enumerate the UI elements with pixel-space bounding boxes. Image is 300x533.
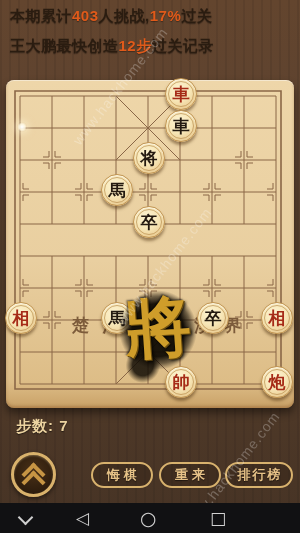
header-text-segment: 17% bbox=[150, 7, 182, 24]
android-nav-bar: ◁ ○ □ bbox=[0, 503, 300, 533]
step-counter: 步数: 7 bbox=[16, 417, 69, 436]
piece-red-cannon[interactable]: 炮 bbox=[261, 366, 293, 398]
piece-red-elephant[interactable]: 相 bbox=[5, 302, 37, 334]
header-text-segment: 过关 bbox=[181, 7, 212, 24]
piece-black-soldier[interactable]: 卒 bbox=[197, 302, 229, 334]
step-counter-value: 7 bbox=[59, 417, 68, 434]
sparkle-effect bbox=[17, 122, 27, 132]
record-holder-line: 王大鹏最快创造12步过关记录 bbox=[10, 37, 214, 56]
piece-black-horse[interactable]: 馬 bbox=[101, 174, 133, 206]
piece-black-horse[interactable]: 馬 bbox=[101, 302, 133, 334]
header-text-segment: 王大鹏最快创造 bbox=[10, 37, 119, 54]
piece-black-soldier[interactable]: 卒 bbox=[133, 206, 165, 238]
leaderboard-button[interactable]: 排行榜 bbox=[225, 462, 293, 488]
header-text-segment: 403 bbox=[72, 7, 99, 24]
recents-icon[interactable]: □ bbox=[210, 503, 226, 533]
app-screen: 本期累计403人挑战,17%过关 王大鹏最快创造12步过关记录 楚河 漢界 車車… bbox=[0, 0, 300, 533]
challenge-stats-line: 本期累计403人挑战,17%过关 bbox=[10, 7, 212, 26]
undo-move-button[interactable]: 悔棋 bbox=[91, 462, 153, 488]
header-text-segment: 人挑战, bbox=[99, 7, 150, 24]
piece-red-chariot[interactable]: 車 bbox=[165, 78, 197, 110]
home-icon[interactable]: ○ bbox=[140, 503, 157, 533]
header-text-segment: 12步 bbox=[119, 37, 152, 54]
header-text-segment: 本期累计 bbox=[10, 7, 72, 24]
hide-nav-chevron-down-icon[interactable] bbox=[18, 510, 34, 526]
restart-button[interactable]: 重来 bbox=[159, 462, 221, 488]
step-counter-label: 步数: bbox=[16, 417, 54, 434]
piece-black-general[interactable]: 将 bbox=[133, 142, 165, 174]
back-icon[interactable]: ◁ bbox=[76, 503, 89, 533]
piece-red-elephant[interactable]: 相 bbox=[261, 302, 293, 334]
collapse-panel-button[interactable] bbox=[11, 452, 56, 497]
piece-black-chariot[interactable]: 車 bbox=[165, 110, 197, 142]
piece-red-general[interactable]: 帥 bbox=[165, 366, 197, 398]
header-text-segment: 过关记录 bbox=[152, 37, 214, 54]
xiangqi-board[interactable]: 楚河 漢界 bbox=[6, 80, 294, 408]
board-grid bbox=[6, 80, 294, 408]
